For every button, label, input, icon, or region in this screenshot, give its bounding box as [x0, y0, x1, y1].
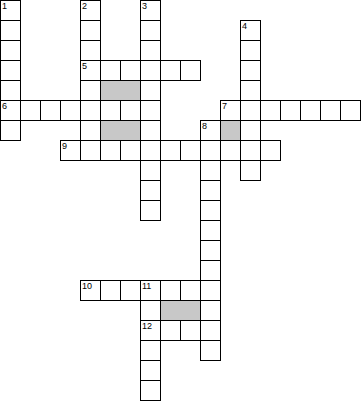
cell-r1-c7[interactable]: [140, 20, 161, 41]
cell-r0-c4[interactable]: 2: [80, 0, 101, 21]
cell-r3-c8[interactable]: [160, 60, 181, 81]
cell-r5-c13[interactable]: [260, 100, 281, 121]
cell-r6-c12[interactable]: [240, 120, 261, 141]
cell-r2-c0[interactable]: [0, 40, 21, 61]
cell-r10-c10[interactable]: [200, 200, 221, 221]
cell-r16-c8[interactable]: [160, 320, 181, 341]
cell-r5-c5[interactable]: [100, 100, 121, 121]
clue-number-7: 7: [222, 101, 227, 111]
cell-r9-c7[interactable]: [140, 180, 161, 201]
cell-r16-c7[interactable]: 12: [140, 320, 161, 341]
cell-r2-c7[interactable]: [140, 40, 161, 61]
cell-r8-c10[interactable]: [200, 160, 221, 181]
cell-r5-c4[interactable]: [80, 100, 101, 121]
cell-r5-c12[interactable]: [240, 100, 261, 121]
cell-r5-c3[interactable]: [60, 100, 81, 121]
cell-r17-c7[interactable]: [140, 340, 161, 361]
cell-r15-c10[interactable]: [200, 300, 221, 321]
clue-number-9: 9: [62, 141, 67, 151]
cell-r18-c7[interactable]: [140, 360, 161, 381]
cell-r3-c9[interactable]: [180, 60, 201, 81]
clue-number-5: 5: [82, 61, 87, 71]
cell-r3-c0[interactable]: [0, 60, 21, 81]
cell-r5-c11[interactable]: 7: [220, 100, 241, 121]
cell-r14-c5[interactable]: [100, 280, 121, 301]
cell-r7-c8[interactable]: [160, 140, 181, 161]
cell-r4-c0[interactable]: [0, 80, 21, 101]
clue-number-12: 12: [142, 321, 152, 331]
shaded-cell-r4-c5: [100, 80, 141, 101]
cell-r3-c4[interactable]: 5: [80, 60, 101, 81]
shaded-cell-r6-c11: [220, 120, 241, 141]
cell-r6-c10[interactable]: 8: [200, 120, 221, 141]
cell-r16-c9[interactable]: [180, 320, 201, 341]
cell-r7-c10[interactable]: [200, 140, 221, 161]
cell-r17-c10[interactable]: [200, 340, 221, 361]
cell-r1-c4[interactable]: [80, 20, 101, 41]
cell-r13-c10[interactable]: [200, 260, 221, 281]
cell-r5-c2[interactable]: [40, 100, 61, 121]
cell-r7-c5[interactable]: [100, 140, 121, 161]
cell-r14-c6[interactable]: [120, 280, 141, 301]
cell-r7-c12[interactable]: [240, 140, 261, 161]
clue-number-2: 2: [82, 1, 87, 11]
clue-number-4: 4: [242, 21, 247, 31]
cell-r8-c7[interactable]: [140, 160, 161, 181]
cell-r3-c7[interactable]: [140, 60, 161, 81]
cell-r15-c7[interactable]: [140, 300, 161, 321]
cell-r14-c10[interactable]: [200, 280, 221, 301]
cell-r4-c7[interactable]: [140, 80, 161, 101]
cell-r7-c11[interactable]: [220, 140, 241, 161]
clue-number-3: 3: [142, 1, 147, 11]
cell-r19-c7[interactable]: [140, 380, 161, 401]
cell-r7-c13[interactable]: [260, 140, 281, 161]
clue-number-6: 6: [2, 101, 7, 111]
shaded-cell-r15-c8: [160, 300, 201, 321]
cell-r3-c6[interactable]: [120, 60, 141, 81]
cell-r0-c0[interactable]: 1: [0, 0, 21, 21]
cell-r7-c4[interactable]: [80, 140, 101, 161]
cell-r6-c7[interactable]: [140, 120, 161, 141]
shaded-cell-r6-c5: [100, 120, 141, 141]
cell-r3-c5[interactable]: [100, 60, 121, 81]
cell-r5-c7[interactable]: [140, 100, 161, 121]
clue-number-10: 10: [82, 281, 92, 291]
cell-r6-c4[interactable]: [80, 120, 101, 141]
cell-r9-c10[interactable]: [200, 180, 221, 201]
cell-r5-c16[interactable]: [320, 100, 341, 121]
cell-r7-c3[interactable]: 9: [60, 140, 81, 161]
cell-r12-c10[interactable]: [200, 240, 221, 261]
cell-r5-c17[interactable]: [340, 100, 361, 121]
cell-r5-c6[interactable]: [120, 100, 141, 121]
cell-r10-c7[interactable]: [140, 200, 161, 221]
cell-r14-c4[interactable]: 10: [80, 280, 101, 301]
cell-r7-c7[interactable]: [140, 140, 161, 161]
cell-r0-c7[interactable]: 3: [140, 0, 161, 21]
cell-r1-c0[interactable]: [0, 20, 21, 41]
cell-r11-c10[interactable]: [200, 220, 221, 241]
cell-r5-c15[interactable]: [300, 100, 321, 121]
cell-r5-c14[interactable]: [280, 100, 301, 121]
cell-r1-c12[interactable]: 4: [240, 20, 261, 41]
cell-r14-c8[interactable]: [160, 280, 181, 301]
crossword-board: 123456789101112: [0, 0, 361, 401]
cell-r7-c9[interactable]: [180, 140, 201, 161]
cell-r5-c0[interactable]: 6: [0, 100, 21, 121]
cell-r6-c0[interactable]: [0, 120, 21, 141]
cell-r3-c12[interactable]: [240, 60, 261, 81]
clue-number-11: 11: [142, 281, 151, 291]
cell-r14-c7[interactable]: 11: [140, 280, 161, 301]
cell-r2-c12[interactable]: [240, 40, 261, 61]
cell-r4-c12[interactable]: [240, 80, 261, 101]
cell-r4-c4[interactable]: [80, 80, 101, 101]
cell-r5-c1[interactable]: [20, 100, 41, 121]
cell-r7-c6[interactable]: [120, 140, 141, 161]
cell-r16-c10[interactable]: [200, 320, 221, 341]
cell-r8-c12[interactable]: [240, 160, 261, 181]
cell-r2-c4[interactable]: [80, 40, 101, 61]
clue-number-8: 8: [202, 121, 207, 131]
clue-number-1: 1: [2, 1, 7, 11]
cell-r14-c9[interactable]: [180, 280, 201, 301]
